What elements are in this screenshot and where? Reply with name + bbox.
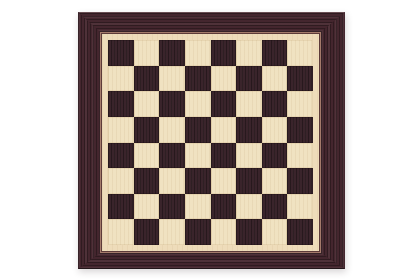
square-b8[interactable] (134, 40, 160, 66)
frame-right-rail (321, 12, 345, 269)
square-f2[interactable] (236, 194, 262, 220)
square-b1[interactable] (134, 219, 160, 245)
square-a6[interactable] (108, 91, 134, 117)
square-f7[interactable] (236, 66, 262, 92)
square-f3[interactable] (236, 168, 262, 194)
square-h6[interactable] (287, 91, 313, 117)
chessboard (78, 12, 345, 269)
square-b6[interactable] (134, 91, 160, 117)
square-h8[interactable] (287, 40, 313, 66)
square-e2[interactable] (211, 194, 237, 220)
square-d7[interactable] (185, 66, 211, 92)
square-b3[interactable] (134, 168, 160, 194)
square-g6[interactable] (262, 91, 288, 117)
square-e6[interactable] (211, 91, 237, 117)
square-g5[interactable] (262, 117, 288, 143)
square-b5[interactable] (134, 117, 160, 143)
square-f6[interactable] (236, 91, 262, 117)
square-e8[interactable] (211, 40, 237, 66)
frame-top-rail (78, 12, 345, 32)
square-f5[interactable] (236, 117, 262, 143)
square-c2[interactable] (159, 194, 185, 220)
square-d1[interactable] (185, 219, 211, 245)
square-e3[interactable] (211, 168, 237, 194)
frame-inner-chamfer (100, 32, 321, 253)
square-f4[interactable] (236, 143, 262, 169)
square-a3[interactable] (108, 168, 134, 194)
square-h7[interactable] (287, 66, 313, 92)
square-d2[interactable] (185, 194, 211, 220)
frame-left-rail (78, 12, 100, 269)
square-a7[interactable] (108, 66, 134, 92)
square-f1[interactable] (236, 219, 262, 245)
square-h1[interactable] (287, 219, 313, 245)
square-e7[interactable] (211, 66, 237, 92)
square-a1[interactable] (108, 219, 134, 245)
board-grid (108, 40, 313, 245)
square-a2[interactable] (108, 194, 134, 220)
square-a5[interactable] (108, 117, 134, 143)
maple-border (102, 34, 319, 251)
square-h2[interactable] (287, 194, 313, 220)
square-c3[interactable] (159, 168, 185, 194)
square-g3[interactable] (262, 168, 288, 194)
photo-background (0, 0, 420, 280)
square-c4[interactable] (159, 143, 185, 169)
square-c8[interactable] (159, 40, 185, 66)
square-g8[interactable] (262, 40, 288, 66)
square-d6[interactable] (185, 91, 211, 117)
square-a8[interactable] (108, 40, 134, 66)
square-g1[interactable] (262, 219, 288, 245)
square-d3[interactable] (185, 168, 211, 194)
square-c7[interactable] (159, 66, 185, 92)
frame-bottom-rail (78, 253, 345, 269)
square-g2[interactable] (262, 194, 288, 220)
square-g4[interactable] (262, 143, 288, 169)
square-h3[interactable] (287, 168, 313, 194)
square-d5[interactable] (185, 117, 211, 143)
square-e1[interactable] (211, 219, 237, 245)
square-f8[interactable] (236, 40, 262, 66)
square-e5[interactable] (211, 117, 237, 143)
square-b2[interactable] (134, 194, 160, 220)
square-c1[interactable] (159, 219, 185, 245)
square-e4[interactable] (211, 143, 237, 169)
square-a4[interactable] (108, 143, 134, 169)
square-g7[interactable] (262, 66, 288, 92)
square-d4[interactable] (185, 143, 211, 169)
square-c5[interactable] (159, 117, 185, 143)
square-b7[interactable] (134, 66, 160, 92)
square-d8[interactable] (185, 40, 211, 66)
square-b4[interactable] (134, 143, 160, 169)
square-h4[interactable] (287, 143, 313, 169)
square-c6[interactable] (159, 91, 185, 117)
square-h5[interactable] (287, 117, 313, 143)
